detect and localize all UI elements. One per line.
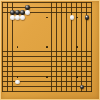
black-stone xyxy=(25,5,30,10)
star-point xyxy=(17,46,19,48)
star-point xyxy=(46,17,48,19)
white-stone xyxy=(70,15,75,20)
go-board[interactable] xyxy=(0,0,94,94)
black-stone xyxy=(20,10,25,15)
star-point xyxy=(17,76,19,78)
star-point xyxy=(46,46,48,48)
star-point xyxy=(76,17,78,19)
star-point xyxy=(76,76,78,78)
star-point xyxy=(76,46,78,48)
black-stone xyxy=(10,10,15,15)
black-stone xyxy=(85,15,90,20)
white-stone xyxy=(15,80,20,85)
go-app-screen xyxy=(0,0,100,100)
black-stone xyxy=(15,10,20,15)
star-point xyxy=(46,76,48,78)
white-stone xyxy=(25,10,30,15)
white-stone xyxy=(15,15,20,20)
white-stone xyxy=(10,15,15,20)
white-stone xyxy=(20,15,25,20)
black-stone xyxy=(80,85,85,90)
